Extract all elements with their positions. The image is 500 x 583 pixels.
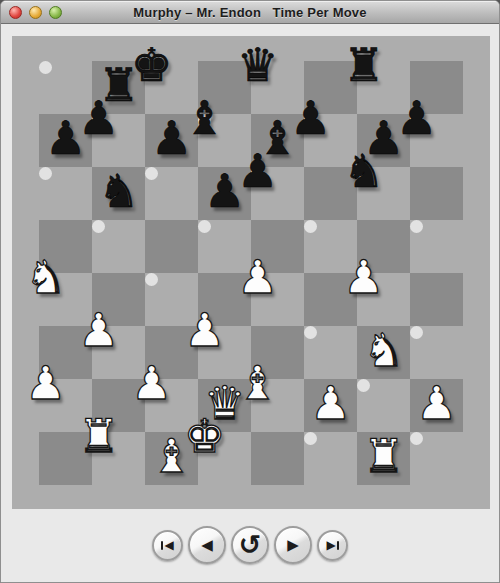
square-c4[interactable] bbox=[145, 273, 158, 286]
black-pawn[interactable]: ♟ bbox=[237, 148, 278, 194]
square-a2[interactable]: ♟ bbox=[39, 379, 52, 392]
square-h3[interactable] bbox=[410, 326, 423, 339]
black-knight[interactable]: ♞ bbox=[98, 168, 139, 214]
square-e4[interactable]: ♟ bbox=[251, 273, 264, 286]
black-pawn[interactable]: ♟ bbox=[396, 95, 437, 141]
white-knight[interactable]: ♞ bbox=[25, 254, 66, 300]
undo-icon: ↺ bbox=[239, 532, 262, 559]
square-b1[interactable]: ♜ bbox=[92, 432, 105, 445]
square-f3[interactable] bbox=[304, 326, 317, 339]
square-b5[interactable] bbox=[92, 220, 105, 233]
white-rook[interactable]: ♜ bbox=[78, 413, 119, 459]
square-d3[interactable]: ♟ bbox=[198, 326, 211, 339]
square-e2[interactable]: ♝ bbox=[251, 379, 264, 392]
square-h7[interactable]: ♟ bbox=[410, 114, 423, 127]
window-title: Murphy – Mr. Endon Time Per Move bbox=[133, 5, 366, 20]
white-king[interactable]: ♚ bbox=[184, 413, 225, 459]
next-move-button[interactable]: ▶ bbox=[274, 526, 312, 564]
move-navigation: ◀ ◀ ↺ ▶ ▶ bbox=[1, 522, 499, 568]
white-pawn[interactable]: ♟ bbox=[184, 307, 225, 353]
square-h6[interactable] bbox=[410, 167, 463, 220]
square-f7[interactable]: ♟ bbox=[304, 114, 317, 127]
triangle-glyph: ◀ bbox=[164, 539, 173, 551]
square-g1[interactable]: ♜ bbox=[357, 432, 410, 485]
close-button[interactable] bbox=[9, 6, 22, 19]
white-pawn[interactable]: ♟ bbox=[310, 380, 351, 426]
skip-to-start-icon: ◀ bbox=[161, 539, 173, 551]
previous-move-icon: ◀ bbox=[201, 538, 213, 553]
white-rook[interactable]: ♜ bbox=[363, 433, 404, 479]
square-b3[interactable]: ♟ bbox=[92, 326, 105, 339]
square-f2[interactable]: ♟ bbox=[304, 379, 357, 432]
chess-board[interactable]: ♜♚♛♜♟♟♟♝♝♟♟♟♞♟♟♞♞♟♟♟♟♞♟♟♛♝♟♟♜♝♚♜ bbox=[39, 61, 463, 485]
square-a6[interactable] bbox=[39, 167, 52, 180]
zoom-button[interactable] bbox=[49, 6, 62, 19]
chess-board-frame: ♜♚♛♜♟♟♟♝♝♟♟♟♞♟♟♞♞♟♟♟♟♞♟♟♛♝♟♟♜♝♚♜ bbox=[12, 36, 490, 509]
white-pawn[interactable]: ♟ bbox=[237, 254, 278, 300]
square-e8[interactable]: ♛ bbox=[251, 61, 264, 74]
white-pawn[interactable]: ♟ bbox=[25, 360, 66, 406]
square-h5[interactable] bbox=[410, 220, 423, 233]
square-g2[interactable] bbox=[357, 379, 370, 392]
square-c8[interactable]: ♚ bbox=[145, 61, 158, 74]
square-d7[interactable]: ♝ bbox=[198, 114, 211, 127]
triangle-glyph: ▶ bbox=[326, 539, 335, 551]
skip-to-end-button[interactable]: ▶ bbox=[317, 530, 348, 561]
square-a8[interactable] bbox=[39, 61, 52, 74]
black-pawn[interactable]: ♟ bbox=[78, 95, 119, 141]
white-pawn[interactable]: ♟ bbox=[78, 307, 119, 353]
black-knight[interactable]: ♞ bbox=[343, 148, 384, 194]
app-window: Murphy – Mr. Endon Time Per Move ♜♚♛♜♟♟♟… bbox=[0, 0, 500, 583]
undo-arrow-glyph: ↺ bbox=[239, 531, 262, 558]
square-h4[interactable] bbox=[410, 273, 463, 326]
white-knight[interactable]: ♞ bbox=[363, 327, 404, 373]
bar-glyph bbox=[161, 541, 163, 550]
square-g4[interactable]: ♟ bbox=[357, 273, 370, 286]
previous-move-button[interactable]: ◀ bbox=[188, 526, 226, 564]
skip-to-start-button[interactable]: ◀ bbox=[152, 530, 183, 561]
triangle-glyph: ▶ bbox=[287, 538, 299, 553]
bar-glyph bbox=[337, 541, 339, 550]
square-b7[interactable]: ♟ bbox=[92, 114, 105, 127]
square-g8[interactable]: ♜ bbox=[357, 61, 370, 74]
take-back-button[interactable]: ↺ bbox=[231, 526, 269, 564]
window-titlebar[interactable]: Murphy – Mr. Endon Time Per Move bbox=[1, 1, 499, 24]
black-bishop[interactable]: ♝ bbox=[184, 95, 225, 141]
square-g6[interactable]: ♞ bbox=[357, 167, 370, 180]
square-d5[interactable] bbox=[198, 220, 211, 233]
square-b6[interactable]: ♞ bbox=[92, 167, 145, 220]
white-bishop[interactable]: ♝ bbox=[237, 360, 278, 406]
triangle-glyph: ◀ bbox=[201, 538, 213, 553]
square-g3[interactable]: ♞ bbox=[357, 326, 410, 379]
square-c2[interactable]: ♟ bbox=[145, 379, 158, 392]
black-rook[interactable]: ♜ bbox=[343, 42, 384, 88]
black-pawn[interactable]: ♟ bbox=[290, 95, 331, 141]
square-e6[interactable]: ♟ bbox=[251, 167, 264, 180]
square-h2[interactable]: ♟ bbox=[410, 379, 463, 432]
window-controls bbox=[9, 1, 62, 23]
square-a4[interactable]: ♞ bbox=[39, 273, 52, 286]
black-queen[interactable]: ♛ bbox=[237, 42, 278, 88]
square-f1[interactable] bbox=[304, 432, 317, 445]
minimize-button[interactable] bbox=[29, 6, 42, 19]
black-king[interactable]: ♚ bbox=[131, 42, 172, 88]
next-move-icon: ▶ bbox=[287, 538, 299, 553]
square-c6[interactable] bbox=[145, 167, 158, 180]
square-e1[interactable] bbox=[251, 432, 304, 485]
square-h1[interactable] bbox=[410, 432, 423, 445]
white-pawn[interactable]: ♟ bbox=[343, 254, 384, 300]
white-pawn[interactable]: ♟ bbox=[131, 360, 172, 406]
skip-to-end-icon: ▶ bbox=[326, 539, 338, 551]
square-c5[interactable] bbox=[145, 220, 198, 273]
white-pawn[interactable]: ♟ bbox=[416, 380, 457, 426]
square-f5[interactable] bbox=[304, 220, 317, 233]
square-d1[interactable]: ♚ bbox=[198, 432, 211, 445]
